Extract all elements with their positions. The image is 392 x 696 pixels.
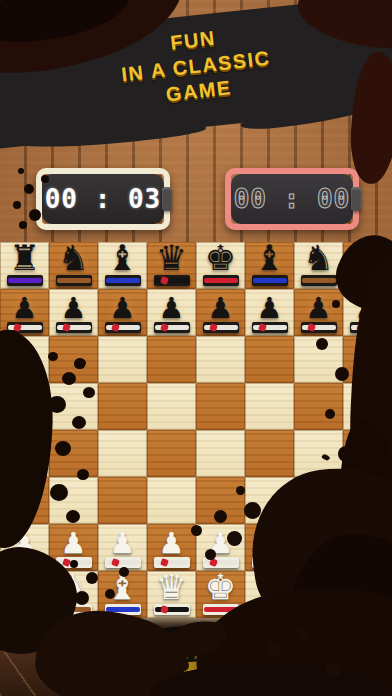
white-pawn-icon: ♟ — [257, 530, 283, 556]
piece-black-pawn[interactable]: ♟ — [7, 295, 43, 336]
piece-pedestal — [56, 604, 92, 615]
square-c2[interactable]: ♟ — [98, 524, 147, 571]
piece-black-knight[interactable]: ♞ — [56, 243, 92, 290]
square-a3[interactable] — [0, 477, 49, 524]
piece-pedestal — [203, 275, 239, 286]
belt-ribbon — [106, 278, 140, 283]
piece-pedestal — [203, 604, 239, 615]
square-a4[interactable] — [0, 430, 49, 477]
belt-knot — [307, 558, 316, 567]
square-b1[interactable]: ♞ — [49, 571, 98, 618]
square-f2[interactable]: ♟ — [245, 524, 294, 571]
square-c3[interactable] — [98, 477, 147, 524]
square-a7[interactable]: ♟ — [0, 289, 49, 336]
belt-knot — [356, 323, 365, 332]
white-king-icon: ♚ — [205, 572, 236, 604]
square-e4[interactable] — [196, 430, 245, 477]
piece-white-knight[interactable]: ♞ — [301, 572, 337, 619]
square-e6[interactable] — [196, 336, 245, 383]
square-d7[interactable]: ♟ — [147, 289, 196, 336]
piece-white-pawn[interactable]: ♟ — [7, 530, 43, 571]
black-rook-icon: ♜ — [352, 243, 383, 275]
white-rook-icon: ♜ — [9, 572, 40, 604]
square-g3[interactable] — [294, 477, 343, 524]
belt-knot — [62, 323, 71, 332]
square-d4[interactable] — [147, 430, 196, 477]
square-b3[interactable] — [49, 477, 98, 524]
piece-pedestal — [105, 604, 141, 615]
square-d8[interactable]: ♛ — [147, 242, 196, 289]
piece-white-queen[interactable]: ♛ — [154, 572, 190, 619]
piece-white-pawn[interactable]: ♟ — [56, 530, 92, 571]
piece-pedestal — [350, 604, 386, 615]
square-g2[interactable]: ♟ — [294, 524, 343, 571]
piece-black-king[interactable]: ♚ — [203, 243, 239, 290]
white-pawn-icon: ♟ — [208, 530, 234, 556]
piece-white-pawn[interactable]: ♟ — [252, 530, 288, 571]
black-clock-time: 00 : 00 — [231, 174, 353, 224]
square-g1[interactable]: ♞ — [294, 571, 343, 618]
studio-logo-badge: JH — [108, 626, 284, 688]
piece-pedestal — [203, 322, 239, 333]
belt-knot — [209, 323, 218, 332]
square-e3[interactable] — [196, 477, 245, 524]
square-b6[interactable] — [49, 336, 98, 383]
belt-ribbon — [302, 607, 336, 612]
square-g5[interactable] — [294, 383, 343, 430]
belt-ribbon — [204, 607, 238, 612]
white-bishop-icon: ♝ — [254, 572, 285, 604]
belt-knot — [160, 276, 169, 285]
square-g6[interactable] — [294, 336, 343, 383]
white-bishop-icon: ♝ — [107, 572, 138, 604]
black-pawn-icon: ♟ — [355, 295, 381, 321]
piece-black-pawn[interactable]: ♟ — [105, 295, 141, 336]
square-b7[interactable]: ♟ — [49, 289, 98, 336]
square-h5[interactable] — [343, 383, 392, 430]
square-f4[interactable] — [245, 430, 294, 477]
white-pawn-icon: ♟ — [355, 530, 381, 556]
square-h2[interactable]: ♟ — [343, 524, 392, 571]
belt-ribbon — [253, 278, 287, 283]
belt-ribbon — [302, 278, 336, 283]
piece-pedestal — [252, 322, 288, 333]
square-d1[interactable]: ♛ — [147, 571, 196, 618]
belt-knot — [160, 558, 169, 567]
black-rook-icon: ♜ — [9, 243, 40, 275]
square-e5[interactable] — [196, 383, 245, 430]
piece-black-pawn[interactable]: ♟ — [350, 295, 386, 336]
black-king-icon: ♚ — [205, 243, 236, 275]
square-d6[interactable] — [147, 336, 196, 383]
white-pawn-icon: ♟ — [61, 530, 87, 556]
square-e7[interactable]: ♟ — [196, 289, 245, 336]
square-d3[interactable] — [147, 477, 196, 524]
belt-ribbon — [57, 607, 91, 612]
piece-pedestal — [56, 275, 92, 286]
belt-ribbon — [57, 278, 91, 283]
piece-pedestal — [7, 604, 43, 615]
piece-black-bishop[interactable]: ♝ — [252, 243, 288, 290]
belt-knot — [13, 558, 22, 567]
square-c1[interactable]: ♝ — [98, 571, 147, 618]
piece-white-pawn[interactable]: ♟ — [203, 530, 239, 571]
belt-ribbon — [8, 607, 42, 612]
piece-black-knight[interactable]: ♞ — [301, 243, 337, 290]
black-pawn-icon: ♟ — [159, 295, 185, 321]
piece-pedestal — [252, 604, 288, 615]
piece-white-pawn[interactable]: ♟ — [154, 530, 190, 571]
belt-ribbon — [106, 607, 140, 612]
belt-knot — [160, 605, 169, 614]
clock-button[interactable] — [351, 187, 361, 211]
black-pawn-icon: ♟ — [257, 295, 283, 321]
white-clock-time: 00 : 03 — [42, 174, 164, 224]
square-f8[interactable]: ♝ — [245, 242, 294, 289]
piece-pedestal — [154, 322, 190, 333]
piece-white-bishop[interactable]: ♝ — [252, 572, 288, 619]
square-g8[interactable]: ♞ — [294, 242, 343, 289]
piece-white-rook[interactable]: ♜ — [350, 572, 386, 619]
piece-black-rook[interactable]: ♜ — [7, 243, 43, 290]
white-pawn-icon: ♟ — [159, 530, 185, 556]
piece-black-bishop[interactable]: ♝ — [105, 243, 141, 290]
square-d5[interactable] — [147, 383, 196, 430]
square-b8[interactable]: ♞ — [49, 242, 98, 289]
piece-black-pawn[interactable]: ♟ — [154, 295, 190, 336]
piece-black-pawn[interactable]: ♟ — [56, 295, 92, 336]
white-knight-icon: ♞ — [303, 572, 334, 604]
belt-ribbon — [253, 607, 287, 612]
piece-pedestal — [56, 322, 92, 333]
studio-logo-text: JH — [108, 633, 284, 664]
belt-ribbon — [204, 278, 238, 283]
square-c4[interactable] — [98, 430, 147, 477]
black-pawn-icon: ♟ — [61, 295, 87, 321]
white-knight-icon: ♞ — [58, 572, 89, 604]
piece-white-king[interactable]: ♚ — [203, 572, 239, 619]
piece-pedestal — [105, 322, 141, 333]
piece-pedestal — [7, 322, 43, 333]
piece-black-pawn[interactable]: ♟ — [203, 295, 239, 336]
square-g7[interactable]: ♟ — [294, 289, 343, 336]
promo-banner: FUN IN A CLASSIC GAME — [0, 0, 392, 170]
square-c5[interactable] — [98, 383, 147, 430]
square-e2[interactable]: ♟ — [196, 524, 245, 571]
belt-knot — [209, 558, 218, 567]
belt-knot — [62, 558, 71, 567]
square-f1[interactable]: ♝ — [245, 571, 294, 618]
belt-ribbon — [8, 278, 42, 283]
piece-pedestal — [252, 275, 288, 286]
square-c6[interactable] — [98, 336, 147, 383]
square-f5[interactable] — [245, 383, 294, 430]
square-g4[interactable] — [294, 430, 343, 477]
piece-pedestal — [301, 275, 337, 286]
white-pawn-icon: ♟ — [12, 530, 38, 556]
piece-pedestal — [154, 604, 190, 615]
black-pawn-icon: ♟ — [110, 295, 136, 321]
piece-black-pawn[interactable]: ♟ — [301, 295, 337, 336]
belt-knot — [307, 323, 316, 332]
square-c7[interactable]: ♟ — [98, 289, 147, 336]
piece-pedestal — [7, 275, 43, 286]
square-h7[interactable]: ♟ — [343, 289, 392, 336]
piece-pedestal — [350, 275, 386, 286]
square-d2[interactable]: ♟ — [147, 524, 196, 571]
black-pawn-icon: ♟ — [208, 295, 234, 321]
piece-pedestal — [350, 322, 386, 333]
square-a5[interactable] — [0, 383, 49, 430]
square-f6[interactable] — [245, 336, 294, 383]
square-a8[interactable]: ♜ — [0, 242, 49, 289]
black-bishop-icon: ♝ — [254, 243, 285, 275]
chess-board: ♜♞♝♛♚♝♞♜♟♟♟♟♟♟♟♟♟♟♟♟♟♟♟♟♜♞♝♛♚♝♞♜ — [0, 242, 392, 618]
black-queen-icon: ♛ — [156, 243, 187, 275]
piece-black-rook[interactable]: ♜ — [350, 243, 386, 290]
square-h6[interactable] — [343, 336, 392, 383]
black-pawn-icon: ♟ — [12, 295, 38, 321]
black-knight-icon: ♞ — [303, 243, 334, 275]
piece-white-pawn[interactable]: ♟ — [105, 530, 141, 571]
square-e1[interactable]: ♚ — [196, 571, 245, 618]
belt-knot — [160, 323, 169, 332]
belt-knot — [258, 323, 267, 332]
belt-ribbon — [351, 607, 385, 612]
piece-pedestal — [105, 275, 141, 286]
square-f3[interactable] — [245, 477, 294, 524]
piece-white-rook[interactable]: ♜ — [7, 572, 43, 619]
chess-app-screen: FUN IN A CLASSIC GAME 00 : 03 00 : 00 ♜♞… — [0, 0, 392, 696]
belt-knot — [258, 558, 267, 567]
piece-white-knight[interactable]: ♞ — [56, 572, 92, 619]
clock-button[interactable] — [162, 187, 172, 211]
square-f7[interactable]: ♟ — [245, 289, 294, 336]
white-rook-icon: ♜ — [352, 572, 383, 604]
white-queen-icon: ♛ — [156, 572, 187, 604]
black-player-clock[interactable]: 00 : 00 — [225, 168, 359, 230]
piece-black-queen[interactable]: ♛ — [154, 243, 190, 290]
piece-white-pawn[interactable]: ♟ — [350, 530, 386, 571]
square-c8[interactable]: ♝ — [98, 242, 147, 289]
square-e8[interactable]: ♚ — [196, 242, 245, 289]
square-b5[interactable] — [49, 383, 98, 430]
piece-black-pawn[interactable]: ♟ — [252, 295, 288, 336]
piece-white-bishop[interactable]: ♝ — [105, 572, 141, 619]
piece-pedestal — [301, 604, 337, 615]
piece-white-pawn[interactable]: ♟ — [301, 530, 337, 571]
square-a6[interactable] — [0, 336, 49, 383]
black-bishop-icon: ♝ — [107, 243, 138, 275]
square-h4[interactable] — [343, 430, 392, 477]
piece-pedestal — [154, 275, 190, 286]
belt-knot — [356, 558, 365, 567]
belt-knot — [111, 558, 120, 567]
square-h3[interactable] — [343, 477, 392, 524]
belt-ribbon — [351, 278, 385, 283]
square-b2[interactable]: ♟ — [49, 524, 98, 571]
belt-knot — [13, 323, 22, 332]
piece-pedestal — [301, 322, 337, 333]
square-a2[interactable]: ♟ — [0, 524, 49, 571]
black-pawn-icon: ♟ — [306, 295, 332, 321]
square-b4[interactable] — [49, 430, 98, 477]
white-pawn-icon: ♟ — [110, 530, 136, 556]
square-h1[interactable]: ♜ — [343, 571, 392, 618]
white-pawn-icon: ♟ — [306, 530, 332, 556]
square-h8[interactable]: ♜ — [343, 242, 392, 289]
black-knight-icon: ♞ — [58, 243, 89, 275]
square-a1[interactable]: ♜ — [0, 571, 49, 618]
white-player-clock[interactable]: 00 : 03 — [36, 168, 170, 230]
belt-knot — [111, 323, 120, 332]
